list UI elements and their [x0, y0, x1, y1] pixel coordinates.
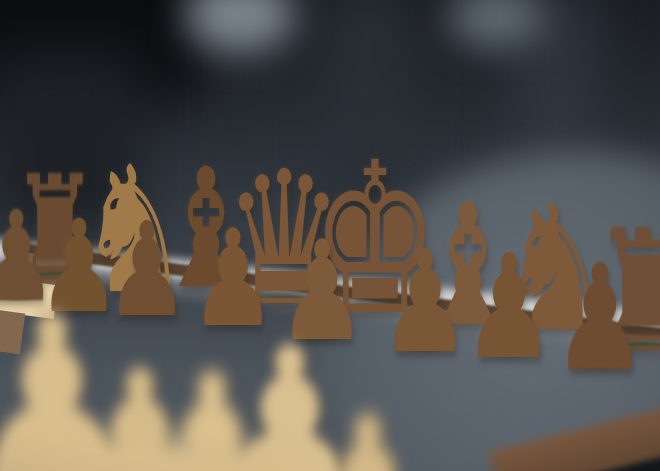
vignette-overlay — [0, 0, 660, 471]
chess-photo-scene: ♜♞♝♛♚♝♞♜♟♟♟♟♟♟♟♟♟♟♟♟♟ — [0, 0, 660, 471]
